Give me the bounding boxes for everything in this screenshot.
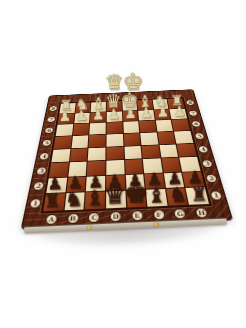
square-h4 (177, 143, 197, 156)
brass-hinge-left (87, 225, 92, 229)
square-c2: ♟ (86, 176, 105, 192)
square-b3 (68, 162, 87, 177)
square-g2: ♟ (164, 172, 185, 188)
product-photo-chess-set: ♛ ♚ ♜♞♝♛♚♝♞♜♟♟♟♟♟♟♟♟♟♟♟♟♟♟♟♟♜♞♝♛♚♝♞♜ abc… (0, 0, 246, 328)
square-h1: ♜ (186, 188, 209, 205)
square-b2: ♟ (66, 177, 86, 193)
rank-label-right-4: 4 (197, 145, 209, 153)
square-e2: ♟ (125, 174, 144, 190)
square-e1: ♚ (126, 190, 146, 207)
perspective-stage: ♜♞♝♛♚♝♞♜♟♟♟♟♟♟♟♟♟♟♟♟♟♟♟♟♜♞♝♛♚♝♞♜ abcdefg… (35, 57, 212, 234)
square-e6 (123, 121, 139, 133)
rank-label-left-1: 1 (29, 198, 43, 209)
square-c3 (87, 161, 105, 176)
square-d8: ♛ (107, 101, 122, 111)
square-d2: ♟ (106, 175, 125, 191)
square-b8: ♞ (75, 102, 90, 112)
square-h3 (180, 157, 201, 172)
square-a4 (51, 149, 70, 163)
rank-label-left-5: 5 (41, 139, 52, 147)
file-label-e: e (131, 210, 144, 221)
square-b4 (70, 148, 88, 162)
square-c6 (90, 123, 106, 135)
square-h2: ♟ (183, 172, 205, 188)
brass-hinge-right (154, 223, 159, 227)
square-c7: ♟ (90, 112, 105, 123)
square-h5 (174, 131, 193, 143)
square-f5 (140, 132, 158, 145)
square-e4 (124, 146, 142, 160)
square-b5 (71, 135, 88, 148)
square-g6 (156, 120, 174, 132)
square-f3 (143, 158, 162, 173)
square-h7: ♟ (170, 108, 187, 119)
file-label-h: h (194, 207, 209, 218)
file-label-a: a (44, 214, 58, 225)
rank-label-right-1: 1 (209, 190, 223, 200)
square-a6 (56, 124, 73, 136)
square-g3 (161, 158, 181, 173)
square-d6 (106, 122, 122, 134)
coordinate-labels: abcdefgh1122334455667788 (50, 90, 193, 96)
square-e7: ♟ (122, 111, 138, 122)
square-c4 (88, 147, 105, 161)
square-d3 (106, 160, 124, 175)
square-g5 (157, 132, 175, 145)
chess-board: ♜♞♝♛♚♝♞♜♟♟♟♟♟♟♟♟♟♟♟♟♟♟♟♟♜♞♝♛♚♝♞♜ abcdefg… (22, 90, 232, 229)
square-d5 (106, 134, 123, 147)
board-tilt-wrapper: ♛ ♚ ♜♞♝♛♚♝♞♜♟♟♟♟♟♟♟♟♟♟♟♟♟♟♟♟♜♞♝♛♚♝♞♜ abc… (0, 0, 246, 328)
square-h6 (172, 119, 190, 131)
rank-label-left-4: 4 (38, 152, 50, 160)
square-c1: ♝ (85, 192, 105, 210)
square-a7: ♟ (58, 113, 75, 124)
board-grid: ♜♞♝♛♚♝♞♜♟♟♟♟♟♟♟♟♟♟♟♟♟♟♟♟♜♞♝♛♚♝♞♜ (42, 98, 211, 212)
square-g1: ♞ (166, 188, 188, 205)
square-d4 (106, 146, 123, 160)
square-d7: ♟ (107, 111, 122, 122)
square-f4 (142, 145, 161, 159)
file-label-b: b (66, 213, 79, 224)
square-b6 (73, 124, 90, 136)
rank-label-right-3: 3 (201, 159, 214, 168)
square-h8: ♜ (168, 98, 185, 108)
square-e5 (123, 133, 140, 146)
file-label-c: c (88, 212, 100, 223)
square-g8: ♞ (152, 99, 168, 109)
rank-label-left-2: 2 (32, 182, 45, 192)
square-e3 (125, 159, 144, 174)
rank-label-left-6: 6 (44, 127, 55, 134)
square-f8: ♝ (137, 100, 153, 110)
rank-label-left-8: 8 (48, 105, 58, 111)
rank-label-right-7: 7 (188, 110, 199, 116)
rank-label-left-7: 7 (46, 116, 56, 123)
square-a3 (49, 162, 69, 177)
square-c5 (89, 135, 106, 148)
file-label-g: g (173, 208, 187, 219)
file-label-f: f (152, 209, 165, 220)
square-b1: ♞ (64, 193, 85, 211)
rank-label-left-3: 3 (35, 166, 47, 175)
square-a5 (54, 136, 72, 149)
square-a2: ♟ (46, 177, 67, 193)
square-a8: ♜ (59, 103, 75, 113)
square-b7: ♟ (74, 113, 90, 124)
rank-label-right-2: 2 (205, 174, 219, 184)
square-g7: ♟ (154, 109, 171, 120)
square-f2: ♟ (144, 173, 164, 189)
rank-label-right-8: 8 (185, 100, 195, 106)
rank-label-right-6: 6 (191, 121, 202, 128)
file-label-d: d (110, 211, 122, 222)
square-f1: ♝ (146, 189, 167, 206)
square-a1: ♜ (43, 194, 65, 212)
square-e8: ♚ (122, 100, 137, 110)
rank-label-right-5: 5 (194, 133, 206, 140)
square-f7: ♟ (138, 110, 154, 121)
square-g4 (159, 144, 178, 158)
square-c8: ♝ (91, 102, 106, 112)
square-d1: ♛ (106, 191, 126, 208)
square-f6 (139, 121, 156, 133)
